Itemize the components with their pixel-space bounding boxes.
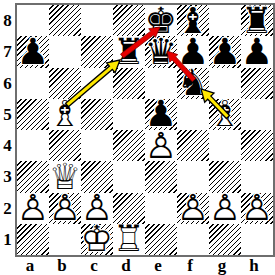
square-e7[interactable]: ♛♛ [145, 36, 177, 67]
piece-black-pawn-a7[interactable]: ♟♟ [17, 36, 49, 67]
square-a3[interactable] [17, 161, 49, 192]
square-h3[interactable] [241, 161, 273, 192]
square-a5[interactable] [17, 99, 49, 130]
file-label-a: a [14, 256, 46, 275]
piece-white-pawn-f2[interactable]: ♟♙ [177, 193, 209, 224]
square-b3[interactable]: ♛♕ [49, 161, 81, 192]
file-label-e: e [142, 256, 174, 275]
piece-white-rook-d1[interactable]: ♜♖ [113, 224, 145, 255]
square-f4[interactable] [177, 130, 209, 161]
square-c3[interactable] [81, 161, 113, 192]
file-label-f: f [174, 256, 206, 275]
square-h4[interactable] [241, 130, 273, 161]
square-d3[interactable] [113, 161, 145, 192]
square-f2[interactable]: ♟♙ [177, 193, 209, 224]
piece-black-pawn-e5[interactable]: ♟♟ [145, 99, 177, 130]
chess-board: ♚♚♝♝♜♜♟♟♜♜♛♛♟♟♟♟♟♟♞♞♝♗♟♟♝♗♟♙♛♕♟♙♟♙♟♙♟♙♟♙… [17, 5, 273, 255]
square-f5[interactable] [177, 99, 209, 130]
piece-glyph: ♜ [241, 5, 273, 36]
piece-glyph: ♕ [49, 161, 81, 192]
piece-black-pawn-h7[interactable]: ♟♟ [241, 36, 273, 67]
rank-label-6: 6 [0, 68, 15, 99]
piece-glyph: ♗ [209, 99, 241, 130]
piece-glyph: ♟ [17, 36, 49, 67]
square-b4[interactable] [49, 130, 81, 161]
square-g2[interactable]: ♟♙ [209, 193, 241, 224]
square-e1[interactable] [145, 224, 177, 255]
square-c4[interactable] [81, 130, 113, 161]
piece-white-queen-b3[interactable]: ♛♕ [49, 161, 81, 192]
piece-black-pawn-g7[interactable]: ♟♟ [209, 36, 241, 67]
square-b7[interactable] [49, 36, 81, 67]
piece-glyph: ♜ [113, 36, 145, 67]
square-h5[interactable] [241, 99, 273, 130]
rank-label-2: 2 [0, 193, 15, 224]
chess-diagram-page: ♚♚♝♝♜♜♟♟♜♜♛♛♟♟♟♟♟♟♞♞♝♗♟♟♝♗♟♙♛♕♟♙♟♙♟♙♟♙♟♙… [0, 0, 275, 275]
square-g8[interactable] [209, 5, 241, 36]
piece-glyph: ♙ [81, 193, 113, 224]
piece-glyph: ♟ [241, 36, 273, 67]
square-d7[interactable]: ♜♜ [113, 36, 145, 67]
square-d6[interactable] [113, 68, 145, 99]
square-g5[interactable]: ♝♗ [209, 99, 241, 130]
square-f7[interactable]: ♟♟ [177, 36, 209, 67]
piece-glyph: ♙ [209, 193, 241, 224]
rank-label-3: 3 [0, 161, 15, 192]
piece-glyph: ♙ [241, 193, 273, 224]
piece-glyph: ♟ [209, 36, 241, 67]
square-f1[interactable] [177, 224, 209, 255]
square-e6[interactable] [145, 68, 177, 99]
square-h6[interactable] [241, 68, 273, 99]
file-label-b: b [46, 256, 78, 275]
square-d2[interactable] [113, 193, 145, 224]
square-a1[interactable] [17, 224, 49, 255]
square-a6[interactable] [17, 68, 49, 99]
square-g6[interactable] [209, 68, 241, 99]
square-c8[interactable] [81, 5, 113, 36]
rank-label-8: 8 [0, 5, 15, 36]
piece-glyph: ♟ [145, 99, 177, 130]
square-b6[interactable] [49, 68, 81, 99]
piece-black-queen-e7[interactable]: ♛♛ [145, 36, 177, 67]
square-a4[interactable] [17, 130, 49, 161]
piece-white-pawn-h2[interactable]: ♟♙ [241, 193, 273, 224]
square-d4[interactable] [113, 130, 145, 161]
square-e5[interactable]: ♟♟ [145, 99, 177, 130]
square-g3[interactable] [209, 161, 241, 192]
piece-black-king-e8[interactable]: ♚♚ [145, 5, 177, 36]
file-label-h: h [238, 256, 270, 275]
square-h2[interactable]: ♟♙ [241, 193, 273, 224]
rank-label-5: 5 [0, 99, 15, 130]
square-h8[interactable]: ♜♜ [241, 5, 273, 36]
piece-black-knight-f6[interactable]: ♞♞ [177, 68, 209, 99]
rank-label-1: 1 [0, 224, 15, 255]
piece-white-pawn-e4[interactable]: ♟♙ [145, 130, 177, 161]
square-c6[interactable] [81, 68, 113, 99]
piece-glyph: ♝ [177, 5, 209, 36]
piece-glyph: ♖ [113, 224, 145, 255]
piece-glyph: ♔ [81, 224, 113, 255]
square-g4[interactable] [209, 130, 241, 161]
rank-label-7: 7 [0, 36, 15, 67]
square-d5[interactable] [113, 99, 145, 130]
file-label-d: d [110, 256, 142, 275]
piece-white-king-c1[interactable]: ♚♔ [81, 224, 113, 255]
square-h7[interactable]: ♟♟ [241, 36, 273, 67]
piece-white-pawn-g2[interactable]: ♟♙ [209, 193, 241, 224]
square-d1[interactable]: ♜♖ [113, 224, 145, 255]
square-c2[interactable]: ♟♙ [81, 193, 113, 224]
square-e8[interactable]: ♚♚ [145, 5, 177, 36]
piece-glyph: ♙ [17, 193, 49, 224]
piece-white-pawn-b2[interactable]: ♟♙ [49, 193, 81, 224]
piece-white-pawn-c2[interactable]: ♟♙ [81, 193, 113, 224]
piece-glyph: ♛ [145, 36, 177, 67]
square-e2[interactable] [145, 193, 177, 224]
piece-white-pawn-a2[interactable]: ♟♙ [17, 193, 49, 224]
piece-black-rook-d7[interactable]: ♜♜ [113, 36, 145, 67]
square-e3[interactable] [145, 161, 177, 192]
piece-glyph: ♚ [145, 5, 177, 36]
square-b1[interactable] [49, 224, 81, 255]
square-g1[interactable] [209, 224, 241, 255]
square-e4[interactable]: ♟♙ [145, 130, 177, 161]
square-b5[interactable]: ♝♗ [49, 99, 81, 130]
square-a8[interactable] [17, 5, 49, 36]
piece-black-pawn-f7[interactable]: ♟♟ [177, 36, 209, 67]
square-c1[interactable]: ♚♔ [81, 224, 113, 255]
square-f8[interactable]: ♝♝ [177, 5, 209, 36]
piece-white-bishop-g5[interactable]: ♝♗ [209, 99, 241, 130]
piece-glyph: ♗ [49, 99, 81, 130]
square-c5[interactable] [81, 99, 113, 130]
file-label-c: c [78, 256, 110, 275]
piece-glyph: ♙ [145, 130, 177, 161]
square-c7[interactable] [81, 36, 113, 67]
file-label-g: g [206, 256, 238, 275]
piece-glyph: ♟ [177, 36, 209, 67]
piece-glyph: ♙ [177, 193, 209, 224]
piece-white-bishop-b5[interactable]: ♝♗ [49, 99, 81, 130]
rank-label-4: 4 [0, 130, 15, 161]
square-h1[interactable] [241, 224, 273, 255]
square-f3[interactable] [177, 161, 209, 192]
square-g7[interactable]: ♟♟ [209, 36, 241, 67]
square-f6[interactable]: ♞♞ [177, 68, 209, 99]
square-a2[interactable]: ♟♙ [17, 193, 49, 224]
chess-board-frame: ♚♚♝♝♜♜♟♟♜♜♛♛♟♟♟♟♟♟♞♞♝♗♟♟♝♗♟♙♛♕♟♙♟♙♟♙♟♙♟♙… [15, 3, 275, 257]
piece-black-bishop-f8[interactable]: ♝♝ [177, 5, 209, 36]
piece-glyph: ♞ [177, 68, 209, 99]
square-b2[interactable]: ♟♙ [49, 193, 81, 224]
piece-glyph: ♙ [49, 193, 81, 224]
square-a7[interactable]: ♟♟ [17, 36, 49, 67]
square-d8[interactable] [113, 5, 145, 36]
piece-black-rook-h8[interactable]: ♜♜ [241, 5, 273, 36]
square-b8[interactable] [49, 5, 81, 36]
